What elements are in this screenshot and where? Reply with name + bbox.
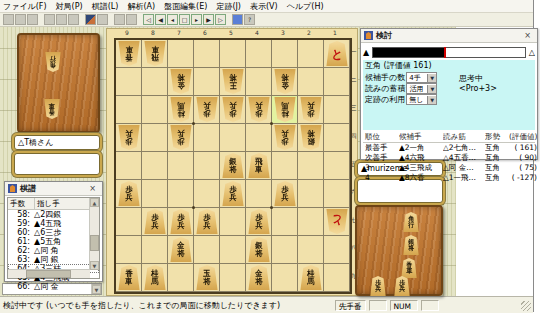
comment-window-icon[interactable] (126, 14, 137, 25)
candidate-cell: 互角 (485, 173, 509, 183)
app-icon (8, 184, 17, 193)
move-text: △同 金 (32, 282, 59, 291)
gote-player-name: △T橋さん (18, 138, 53, 147)
board-grid: 香 車飛 車金 将王 将金 将桂 馬歩 兵歩 兵歩 兵桂 馬歩 兵歩 兵歩 兵歩… (114, 38, 352, 294)
sep4 (138, 14, 142, 25)
paste-icon[interactable] (56, 14, 67, 25)
gote-info-box (14, 153, 100, 175)
col-header-3: 形勢 (485, 132, 509, 142)
file-label-1: 1 (322, 29, 348, 37)
piece-kanji: 歩 兵 (177, 130, 184, 146)
chevron-down-icon[interactable]: ▼ (427, 74, 436, 82)
scroll-up-icon[interactable]: ▲ (90, 198, 99, 207)
menu-item-2[interactable]: 棋譜(L) (92, 1, 119, 12)
analysis-window: 検討 × ▲ △ 互角 (評価値 161) 候補手の数4手▼読みの蓄積活用▼定跡… (360, 28, 538, 160)
chevron-down-icon[interactable]: ▼ (427, 96, 436, 104)
star-point (192, 206, 195, 209)
candidate-cell: ▲2一角 (399, 143, 443, 153)
piece-kanji: 歩 兵 (399, 280, 405, 293)
status-cell-2: NUM (390, 300, 418, 311)
board-cell-5-9[interactable] (220, 264, 246, 292)
piece-kanji: 歩 兵 (255, 214, 262, 230)
gote-hand-piece-0[interactable]: 角 行 (45, 52, 61, 72)
piece-kanji: 飛 車 (151, 46, 158, 62)
control-combo-2[interactable]: 無し▼ (406, 94, 437, 105)
board-cell-6-2[interactable] (194, 68, 220, 96)
candidate-cell: ▲8六香 (399, 173, 443, 183)
board-cell-1-9[interactable] (324, 264, 350, 292)
kifu-row-66[interactable]: 66:△同 金 (8, 282, 99, 291)
shogi-piece-7-3[interactable]: 桂 馬 (170, 97, 192, 122)
gote-name-box: △T橋さん (14, 135, 100, 150)
kifu-vscrollbar[interactable]: ▲ ▼ (89, 198, 99, 270)
shogi-piece-6-3[interactable]: 歩 兵 (196, 97, 218, 122)
control-row-0: 候補手の数4手▼ (363, 72, 535, 83)
board-cell-6-8[interactable] (194, 236, 220, 264)
board-cell-7-5[interactable] (168, 152, 194, 180)
combo-value: 4手 (407, 74, 427, 82)
control-row-1: 読みの蓄積活用▼ (363, 83, 535, 94)
shogi-piece-4-8[interactable]: 銀 将 (248, 237, 270, 262)
move-number: 61: (8, 237, 32, 246)
col-header-4: (評価値) (509, 132, 537, 142)
piece-kanji: 銀 将 (255, 242, 262, 258)
close-icon[interactable]: × (521, 30, 534, 42)
piece-kanji: 銀 将 (229, 158, 236, 174)
sente-hand-piece-3[interactable]: 歩 兵 (370, 276, 386, 296)
combo-value: 活用 (407, 85, 427, 93)
status-bar: 検討中です (いつでも手を指したり、これまでの局面に移動したりできます) 先手番… (0, 296, 533, 313)
shogi-piece-7-7[interactable]: 歩 兵 (170, 209, 192, 234)
shogi-piece-5-5[interactable]: 銀 将 (222, 153, 244, 178)
piece-kanji: 角 行 (50, 56, 56, 69)
sep5 (227, 14, 231, 25)
file-labels: 987654321 (114, 29, 348, 37)
sep2 (80, 14, 84, 25)
candidate-cell: △4五香… (443, 153, 485, 163)
piece-kanji: 香 車 (125, 46, 132, 62)
shogi-piece-1-1[interactable]: と (326, 41, 348, 66)
open-file-icon[interactable] (15, 14, 26, 25)
piece-kanji: 金 将 (177, 74, 184, 90)
gote-mark: △ (529, 48, 535, 57)
star-point (192, 122, 195, 125)
candidate-cell: ( 75) (509, 163, 537, 173)
board-cell-3-9[interactable] (272, 264, 298, 292)
piece-kanji: 歩 兵 (125, 130, 132, 146)
board-cell-2-1[interactable] (298, 40, 324, 68)
file-label-9: 9 (114, 29, 140, 37)
candidate-row-1[interactable]: 次善手▲4六飛△4五香…互角( 90) (363, 153, 535, 163)
move-text: ▲同 銀 (32, 255, 59, 264)
piece-kanji: 香 車 (49, 103, 55, 116)
engine-label: <Pro+3> (459, 84, 497, 93)
move-text: △2四銀 (32, 210, 61, 219)
sente-hand-piece-0[interactable]: 角 行 (403, 212, 419, 232)
move-text: ▲5五角 (32, 237, 61, 246)
shogi-piece-6-7[interactable]: 歩 兵 (196, 209, 218, 234)
shogi-piece-7-2[interactable]: 金 将 (170, 69, 192, 94)
status-cell-1 (369, 300, 387, 311)
board-cell-4-4[interactable] (246, 124, 272, 152)
kifu-window: 棋譜 × 手数指し手 58:△2四銀59:▲4五飛60:△6三歩61:▲5五角6… (4, 181, 103, 282)
kifu-rows: 58:△2四銀59:▲4五飛60:△6三歩61:▲5五角62:△同 角63:▲同… (8, 210, 99, 291)
sente-mark: ▲ (363, 48, 369, 57)
shogi-piece-1-7[interactable]: と (326, 209, 348, 234)
board-cell-2-7[interactable] (298, 208, 324, 236)
kifu-column-0[interactable]: 手数 (8, 198, 35, 209)
candidate-cell: 互角 (485, 143, 509, 153)
go-last-icon[interactable]: ▷ (215, 14, 226, 25)
candidate-cell: ▲4六飛 (399, 153, 443, 163)
piece-kanji: 桂 馬 (177, 102, 184, 118)
kifu-row-59[interactable]: 59:▲4五飛 (8, 219, 99, 228)
resize-grip[interactable] (521, 301, 531, 311)
candidate-cell: 次善手 (363, 153, 399, 163)
board-cell-3-1[interactable] (272, 40, 298, 68)
sente-hand-piece-2[interactable]: 香 車 (401, 258, 417, 278)
board-cell-8-3[interactable] (142, 96, 168, 124)
kifu-titlebar[interactable]: 棋譜 × (5, 182, 102, 196)
kifu-window-icon[interactable] (114, 14, 125, 25)
game-start-icon[interactable] (85, 14, 96, 25)
candidate-cell: ( -127) (509, 173, 537, 183)
board-cell-1-3[interactable] (324, 96, 350, 124)
board-cell-4-6[interactable] (246, 180, 272, 208)
shogi-piece-2-9[interactable]: 桂 馬 (300, 265, 322, 290)
control-combo-0[interactable]: 4手▼ (406, 72, 437, 83)
piece-kanji: 歩 兵 (203, 214, 210, 230)
kifu-row-63[interactable]: 63:▲同 銀 (8, 255, 99, 264)
board-cell-8-8[interactable] (142, 236, 168, 264)
piece-kanji: 歩 兵 (281, 186, 288, 202)
thinking-status: 思考中 (459, 73, 483, 84)
board-cell-6-1[interactable] (194, 40, 220, 68)
shogi-piece-4-5[interactable]: 飛 車 (248, 153, 270, 178)
kifu-row-60[interactable]: 60:△6三歩 (8, 228, 99, 237)
analysis-controls: 候補手の数4手▼読みの蓄積活用▼定跡の利用無し▼ (363, 72, 535, 105)
analysis-titlebar[interactable]: 検討 × (361, 29, 537, 43)
shogi-piece-9-9[interactable]: 香 車 (118, 265, 140, 290)
app-icon (364, 31, 373, 40)
print-icon[interactable] (68, 14, 79, 25)
board-cell-1-6[interactable] (324, 180, 350, 208)
piece-kanji: 香 車 (406, 262, 412, 275)
shogi-piece-3-3[interactable]: 桂 馬 (274, 97, 296, 122)
shogi-piece-8-7[interactable]: 歩 兵 (144, 209, 166, 234)
piece-kanji: 飛 車 (255, 158, 262, 174)
board-cell-8-4[interactable] (142, 124, 168, 152)
save-file-icon[interactable] (27, 14, 38, 25)
piece-kanji: 歩 兵 (151, 214, 158, 230)
board-cell-9-8[interactable] (116, 236, 142, 264)
piece-kanji: と (331, 215, 342, 229)
menu-item-3[interactable]: 解析(A) (127, 1, 155, 12)
candidate-row-0[interactable]: 最善手▲2一角△2七角…互角( 161) (363, 143, 535, 153)
piece-kanji: 歩 兵 (281, 130, 288, 146)
piece-kanji: 桂 馬 (307, 270, 314, 286)
piece-kanji: 歩 兵 (203, 102, 210, 118)
file-label-5: 5 (218, 29, 244, 37)
shogi-piece-3-2[interactable]: 金 将 (274, 69, 296, 94)
board-cell-7-9[interactable] (168, 264, 194, 292)
shogi-piece-9-4[interactable]: 歩 兵 (118, 125, 140, 150)
candidate-row-2[interactable]: 3▲4三飛成△同 金…互角( 75) (363, 163, 535, 173)
menu-item-7[interactable]: ヘルプ(H) (287, 1, 324, 12)
shogi-piece-5-2[interactable]: 王 将 (222, 69, 244, 94)
kifu-columns: 手数指し手 (8, 198, 99, 210)
board-cell-2-8[interactable] (298, 236, 324, 264)
candidate-row-3[interactable]: 4▲8六香△1一飛…互角( -127) (363, 173, 535, 183)
eval-fill (373, 48, 444, 57)
eval-bar-row: ▲ △ (363, 46, 535, 58)
board-cell-1-8[interactable] (324, 236, 350, 264)
candidate-table-header: 順位候補手読み筋形勢(評価値) (363, 132, 535, 143)
shogi-piece-5-3[interactable]: 歩 兵 (222, 97, 244, 122)
piece-kanji: 歩 兵 (125, 186, 132, 202)
kifu-list[interactable]: 手数指し手 58:△2四銀59:▲4五飛60:△6三歩61:▲5五角62:△同 … (7, 197, 100, 279)
shogi-piece-5-6[interactable]: 歩 兵 (222, 181, 244, 206)
sep3 (109, 14, 113, 25)
candidate-cell: 互角 (485, 153, 509, 163)
candidate-cell: ▲4三飛成 (399, 163, 443, 173)
shogi-piece-7-8[interactable]: 金 将 (170, 237, 192, 262)
board-cell-2-2[interactable] (298, 68, 324, 96)
candidate-cell: △同 金… (443, 163, 485, 173)
board-cell-3-5[interactable] (272, 152, 298, 180)
candidate-cell: 4 (363, 173, 399, 183)
col-header-0: 順位 (363, 132, 399, 142)
move-number: 66: (8, 282, 32, 291)
move-number: 59: (8, 219, 32, 228)
control-label: 定跡の利用 (365, 94, 405, 105)
control-combo-1[interactable]: 活用▼ (406, 83, 437, 94)
shogi-piece-9-1[interactable]: 香 車 (118, 41, 140, 66)
shogi-piece-7-4[interactable]: 歩 兵 (170, 125, 192, 150)
stop-icon[interactable]: □ (179, 14, 190, 25)
shogi-piece-3-4[interactable]: 歩 兵 (274, 125, 296, 150)
analysis-icon[interactable] (232, 14, 243, 25)
shogi-piece-2-3[interactable]: 歩 兵 (300, 97, 322, 122)
candidate-table[interactable]: 順位候補手読み筋形勢(評価値)最善手▲2一角△2七角…互角( 161)次善手▲4… (363, 132, 535, 157)
move-text: △同 角 (32, 246, 59, 255)
piece-kanji: 歩 兵 (307, 102, 314, 118)
piece-kanji: 金 将 (177, 242, 184, 258)
piece-kanji: 玉 将 (203, 270, 210, 286)
candidate-cell: ( 90) (509, 153, 537, 163)
shogi-piece-9-6[interactable]: 歩 兵 (118, 181, 140, 206)
move-text: △6三歩 (32, 228, 61, 237)
control-label: 読みの蓄積 (365, 83, 405, 94)
board-cell-6-6[interactable] (194, 180, 220, 208)
move-number: 58: (8, 210, 32, 219)
piece-kanji: 金 将 (255, 270, 262, 286)
file-label-6: 6 (192, 29, 218, 37)
forward-1-icon[interactable]: ▸ (191, 14, 202, 25)
piece-kanji: 銀 将 (307, 130, 314, 146)
new-file-icon[interactable] (3, 14, 14, 25)
kifu-title: 棋譜 (20, 183, 86, 194)
board-cell-5-4[interactable] (220, 124, 246, 152)
hscroll-thumb[interactable] (26, 270, 71, 278)
board-cell-3-7[interactable] (272, 208, 298, 236)
candidate-cell: △1一飛… (443, 173, 485, 183)
board-cell-2-6[interactable] (298, 180, 324, 208)
sente-hand-tray: 角 行銀 将香 車歩 兵歩 兵 (355, 205, 443, 296)
gote-hand-piece-1[interactable]: 香 車 (44, 99, 60, 119)
shogi-piece-4-7[interactable]: 歩 兵 (248, 209, 270, 234)
scroll-down-icon[interactable]: ▼ (90, 261, 99, 270)
shogi-piece-6-9[interactable]: 玉 将 (196, 265, 218, 290)
piece-kanji: 歩 兵 (177, 214, 184, 230)
sente-hand-piece-4[interactable]: 歩 兵 (394, 276, 410, 296)
move-number: 63: (8, 255, 32, 264)
analysis-settings-panel: 互角 (評価値 161) 候補手の数4手▼読みの蓄積活用▼定跡の利用無し▼ 思考… (363, 60, 535, 130)
move-number: 62: (8, 246, 32, 255)
piece-kanji: 香 車 (125, 270, 132, 286)
kifu-column-1[interactable]: 指し手 (35, 198, 90, 209)
control-row-2: 定跡の利用無し▼ (363, 94, 535, 105)
eval-marker (444, 47, 446, 58)
sente-hand-piece-1[interactable]: 銀 将 (403, 235, 419, 255)
board-cell-5-8[interactable] (220, 236, 246, 264)
shogi-piece-2-4[interactable]: 銀 将 (300, 125, 322, 150)
eval-summary: 互角 (評価値 161) (363, 60, 535, 72)
move-text: ▲4五飛 (32, 219, 61, 228)
kifu-row-61[interactable]: 61:▲5五角 (8, 237, 99, 246)
status-cell-0: 先手番 (335, 300, 366, 311)
forward-10-icon[interactable]: ▶ (203, 14, 214, 25)
board-cell-3-8[interactable] (272, 236, 298, 264)
star-point (270, 206, 273, 209)
status-cells: 先手番NUM (335, 300, 442, 311)
kifu-hscrollbar[interactable] (8, 269, 90, 278)
vscroll-thumb[interactable] (90, 235, 99, 251)
board-cell-4-2[interactable] (246, 68, 272, 96)
evaluation-bar (372, 47, 526, 58)
shogi-piece-4-9[interactable]: 金 将 (248, 265, 270, 290)
status-message: 検討中です (いつでも手を指したり、これまでの局面に移動したりできます) (0, 300, 335, 311)
go-first-icon[interactable]: ◁ (143, 14, 154, 25)
piece-kanji: 歩 兵 (229, 186, 236, 202)
piece-kanji: 角 行 (408, 216, 414, 229)
file-label-8: 8 (140, 29, 166, 37)
file-label-4: 4 (244, 29, 270, 37)
menu-bar: ファイル(F)対局(P)棋譜(L)解析(A)盤面編集(E)定跡(J)表示(V)ヘ… (0, 0, 533, 13)
file-label-7: 7 (166, 29, 192, 37)
combo-value: 無し (407, 96, 427, 104)
col-header-2: 読み筋 (443, 132, 485, 142)
board-cell-8-6[interactable] (142, 180, 168, 208)
candidate-cell: ( 161) (509, 143, 537, 153)
board-cell-1-2[interactable] (324, 68, 350, 96)
board-cell-8-5[interactable] (142, 152, 168, 180)
menu-item-4[interactable]: 盤面編集(E) (164, 1, 207, 12)
sep1 (39, 14, 43, 25)
back-1-icon[interactable]: ◂ (167, 14, 178, 25)
status-cell-3 (421, 300, 439, 311)
board-cell-5-1[interactable] (220, 40, 246, 68)
candidate-cell: 3 (363, 163, 399, 173)
shogi-piece-8-9[interactable]: 桂 馬 (144, 265, 166, 290)
move-number: 60: (8, 228, 32, 237)
control-label: 候補手の数 (365, 72, 405, 83)
menu-item-6[interactable]: 表示(V) (250, 1, 278, 12)
piece-kanji: と (331, 47, 342, 61)
board-cell-2-5[interactable] (298, 152, 324, 180)
menu-item-0[interactable]: ファイル(F) (3, 1, 47, 12)
board-cell-7-6[interactable] (168, 180, 194, 208)
col-header-1: 候補手 (399, 132, 443, 142)
board-cell-6-4[interactable] (194, 124, 220, 152)
file-label-3: 3 (270, 29, 296, 37)
piece-kanji: 桂 馬 (281, 102, 288, 118)
close-icon[interactable]: × (86, 183, 99, 195)
gote-hand-tray: 角 行香 車 (17, 33, 100, 133)
menu-item-5[interactable]: 定跡(J) (216, 1, 241, 12)
file-label-2: 2 (296, 29, 322, 37)
piece-kanji: 金 将 (281, 74, 288, 90)
help-icon[interactable]: ? (244, 14, 255, 25)
toolbar: ◁◀◂□▸▶▷? (0, 13, 533, 27)
board-cell-9-5[interactable] (116, 152, 142, 180)
board-cell-9-7[interactable] (116, 208, 142, 236)
board-edit-icon[interactable] (97, 14, 108, 25)
board-cell-4-1[interactable] (246, 40, 272, 68)
kifu-row-62[interactable]: 62:△同 角 (8, 246, 99, 255)
copy-icon[interactable] (44, 14, 55, 25)
board-cell-7-1[interactable] (168, 40, 194, 68)
board-cell-9-2[interactable] (116, 68, 142, 96)
menu-item-1[interactable]: 対局(P) (56, 1, 83, 12)
shogi-piece-4-3[interactable]: 歩 兵 (248, 97, 270, 122)
star-point (270, 122, 273, 125)
screenshot-root: ファイル(F)対局(P)棋譜(L)解析(A)盤面編集(E)定跡(J)表示(V)ヘ… (0, 0, 540, 313)
chevron-down-icon[interactable]: ▼ (427, 85, 436, 93)
board-cell-1-5[interactable] (324, 152, 350, 180)
board-cell-6-5[interactable] (194, 152, 220, 180)
analysis-title: 検討 (376, 30, 521, 41)
candidate-cell: △2七角… (443, 143, 485, 153)
shogi-board: 987654321 一二三四五六七八九 香 車飛 車金 将王 将金 将桂 馬歩 … (106, 28, 358, 296)
piece-kanji: 歩 兵 (229, 102, 236, 118)
piece-kanji: 歩 兵 (375, 280, 381, 293)
piece-kanji: 銀 将 (408, 239, 414, 252)
back-10-icon[interactable]: ◀ (155, 14, 166, 25)
board-cell-1-4[interactable] (324, 124, 350, 152)
piece-kanji: 桂 馬 (151, 270, 158, 286)
shogi-piece-8-1[interactable]: 飛 車 (144, 41, 166, 66)
candidate-cell: 互角 (485, 163, 509, 173)
candidate-cell: 最善手 (363, 143, 399, 153)
board-cell-8-2[interactable] (142, 68, 168, 96)
piece-kanji: 王 将 (229, 74, 236, 90)
piece-kanji: 歩 兵 (255, 102, 262, 118)
board-cell-9-3[interactable] (116, 96, 142, 124)
kifu-row-58[interactable]: 58:△2四銀 (8, 210, 99, 219)
board-cell-5-7[interactable] (220, 208, 246, 236)
shogi-piece-3-6[interactable]: 歩 兵 (274, 181, 296, 206)
